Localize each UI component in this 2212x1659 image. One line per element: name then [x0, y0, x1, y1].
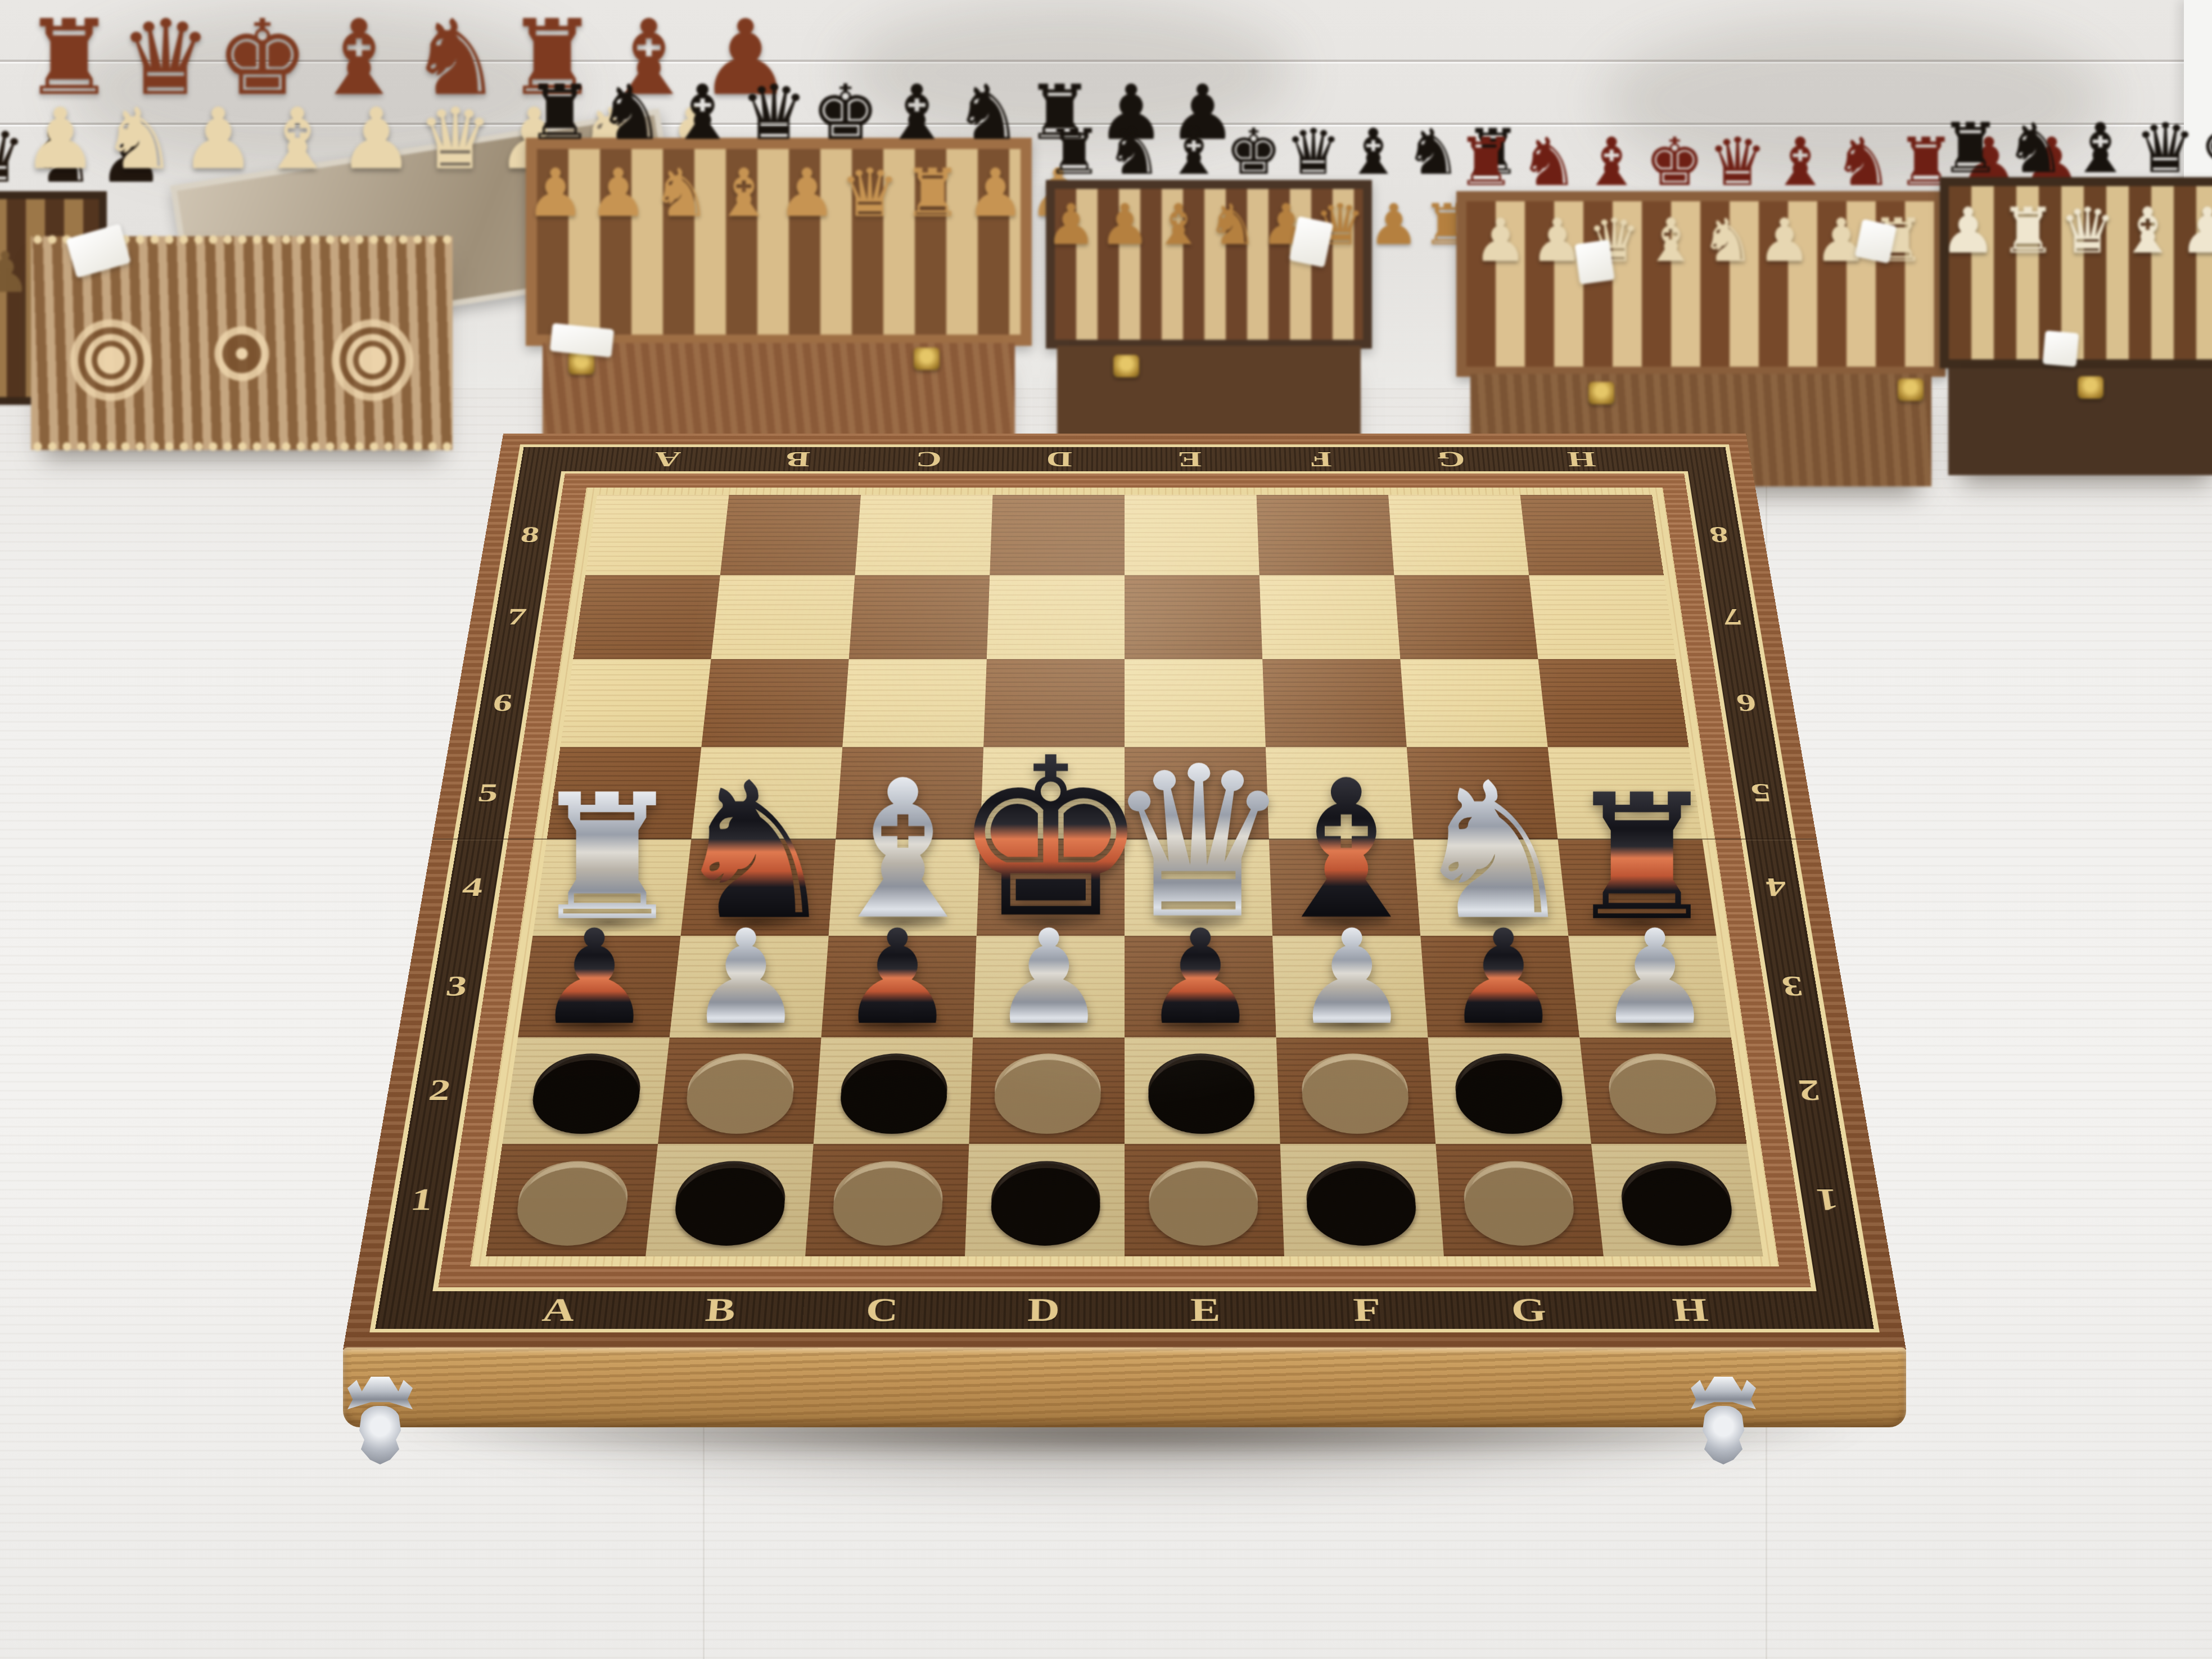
coordinate-label: C	[915, 447, 942, 471]
coordinate-label: C	[865, 1291, 899, 1328]
square-e8[interactable]	[1125, 495, 1260, 575]
mahogany-margin: ♜♞♝♚♛♝♞♜♟♟♟♟♟♟♟♟	[438, 474, 1811, 1287]
square-h6[interactable]	[1538, 659, 1689, 747]
price-tag	[1574, 240, 1614, 285]
light-checker-f2[interactable]	[1301, 1053, 1411, 1127]
coordinate-label: A	[653, 447, 682, 471]
square-g2[interactable]	[1428, 1038, 1591, 1144]
square-f3[interactable]: ♟	[1272, 936, 1428, 1037]
dark-checker-c2[interactable]	[839, 1053, 949, 1127]
maple-inner-line: ♜♞♝♚♛♝♞♜♟♟♟♟♟♟♟♟	[432, 471, 1816, 1291]
bg-pieces-ebony: ♜♞♝♛♚♝♞♜	[1940, 118, 2212, 180]
square-f8[interactable]	[1257, 495, 1394, 575]
files-labels-near: ABCDEFGH	[475, 1291, 1773, 1329]
black-pawn-c3[interactable]: ♟	[839, 922, 956, 1033]
dark-checker-d1[interactable]	[990, 1161, 1100, 1239]
square-c7[interactable]	[849, 575, 990, 659]
coordinate-label: 2	[1796, 1074, 1822, 1107]
square-f7[interactable]	[1260, 575, 1401, 659]
square-e2[interactable]	[1125, 1038, 1280, 1144]
square-c3[interactable]: ♟	[821, 936, 977, 1037]
square-g7[interactable]	[1394, 575, 1538, 659]
coordinate-label: E	[1190, 1291, 1221, 1328]
coordinate-label: 1	[408, 1182, 436, 1218]
coordinate-label: H	[1566, 447, 1597, 471]
coordinate-label: 8	[519, 522, 541, 547]
square-d1[interactable]	[965, 1144, 1125, 1256]
coordinate-label: B	[704, 1291, 737, 1328]
coordinate-label: 4	[1764, 872, 1789, 902]
square-g1[interactable]	[1435, 1144, 1604, 1256]
square-d7[interactable]	[987, 575, 1125, 659]
coordinate-label: 5	[476, 778, 500, 807]
maple-outer-line: ABCDEFGH ABCDEFGH 87654321 87654321 ♜♞♝♚…	[369, 444, 1880, 1332]
dark-checker-e2[interactable]	[1148, 1053, 1256, 1127]
squares-grid: ♜♞♝♚♛♝♞♜♟♟♟♟♟♟♟♟	[486, 495, 1763, 1256]
square-h1[interactable]	[1591, 1144, 1763, 1256]
coordinate-label: H	[1671, 1291, 1710, 1328]
coordinate-label: 7	[1721, 603, 1744, 630]
black-pawn-g3[interactable]: ♟	[1444, 922, 1561, 1033]
dark-checker-b1[interactable]	[672, 1161, 788, 1239]
square-h2[interactable]	[1579, 1038, 1746, 1144]
coordinate-label: G	[1436, 447, 1466, 471]
black-pawn-e3[interactable]: ♟	[1142, 922, 1259, 1033]
dark-checker-f1[interactable]	[1305, 1161, 1418, 1239]
coordinate-label: D	[1046, 447, 1072, 471]
shop-scene: ♛♞♟ ♟♟ ♜♛♚♝♞♜♝♟ ♟♞♟♝♟♛♟♞♟ ♜♞♝♛♚♝♞♜♟♟ ♟♟♞…	[0, 0, 2212, 1659]
square-c1[interactable]	[805, 1144, 969, 1256]
dark-checker-a2[interactable]	[529, 1053, 644, 1127]
clasp-latch-left	[346, 1377, 414, 1489]
bg-pieces-dark: ♜♞♝♚♛♝♞♜	[1046, 124, 1372, 181]
bg-pieces-burgundy: ♜♞♝♚♛♝♞♜♟♟	[1456, 132, 1945, 192]
square-b2[interactable]	[658, 1038, 821, 1144]
chess-board: ABCDEFGH ABCDEFGH 87654321 87654321 ♜♞♝♚…	[343, 434, 1906, 1350]
coordinate-label: B	[785, 447, 811, 471]
square-a1[interactable]	[486, 1144, 658, 1256]
square-g6[interactable]	[1400, 659, 1547, 747]
coordinate-label: F	[1352, 1291, 1382, 1328]
square-e7[interactable]	[1125, 575, 1262, 659]
square-f1[interactable]	[1280, 1144, 1444, 1256]
black-pawn-a3[interactable]: ♟	[536, 922, 653, 1033]
light-checker-b2[interactable]	[684, 1053, 796, 1127]
silver-pawn-h3[interactable]: ♟	[1596, 922, 1713, 1033]
square-h3[interactable]: ♟	[1568, 936, 1731, 1037]
coordinate-label: 4	[461, 872, 486, 902]
latch-plate	[1703, 1406, 1744, 1464]
square-a3[interactable]: ♟	[518, 936, 680, 1037]
square-a7[interactable]	[573, 575, 720, 659]
silver-pawn-f3[interactable]: ♟	[1293, 922, 1410, 1033]
square-c2[interactable]	[814, 1038, 973, 1144]
coordinate-label: E	[1177, 447, 1202, 471]
square-b8[interactable]	[720, 495, 861, 575]
coordinate-label: 6	[491, 689, 514, 716]
square-c8[interactable]	[855, 495, 993, 575]
latch-plate	[359, 1406, 401, 1464]
square-b7[interactable]	[711, 575, 855, 659]
bg-pieces-ivory: ♟♜♛♝♟♞♟♟	[1940, 202, 2212, 259]
square-a8[interactable]	[585, 495, 729, 575]
square-b6[interactable]	[701, 659, 848, 747]
coordinate-band: ABCDEFGH ABCDEFGH 87654321 87654321 ♜♞♝♚…	[375, 447, 1874, 1329]
light-checker-c1[interactable]	[831, 1161, 944, 1239]
coordinate-label: F	[1309, 447, 1332, 471]
square-d8[interactable]	[990, 495, 1125, 575]
maple-field-frame: ♜♞♝♚♛♝♞♜♟♟♟♟♟♟♟♟	[470, 488, 1779, 1266]
square-e1[interactable]	[1125, 1144, 1284, 1256]
bg-pieces-ebony: ♜♞♝♛♚♝♞♜♟♟	[526, 79, 1032, 147]
light-checker-h2[interactable]	[1605, 1053, 1720, 1127]
square-d2[interactable]	[969, 1038, 1125, 1144]
square-d3[interactable]: ♟	[973, 936, 1125, 1037]
square-g8[interactable]	[1388, 495, 1529, 575]
coordinate-label: 7	[505, 603, 529, 630]
bg-pieces-boxwood: ♟♟♞♝♟♛♜♟♟	[526, 163, 1032, 223]
box-side-face	[343, 1347, 1906, 1427]
light-checker-d2[interactable]	[994, 1053, 1101, 1127]
coordinate-label: G	[1510, 1291, 1548, 1328]
coordinate-label: 1	[1813, 1182, 1841, 1218]
dark-checker-h1[interactable]	[1617, 1161, 1736, 1239]
square-b3[interactable]: ♟	[670, 936, 829, 1037]
coordinate-label: 5	[1749, 778, 1773, 807]
latch-hinge	[1691, 1377, 1756, 1409]
coordinate-label: 8	[1708, 522, 1730, 547]
square-e3[interactable]: ♟	[1125, 936, 1276, 1037]
silver-pawn-d3[interactable]: ♟	[990, 922, 1107, 1033]
silver-pawn-b3[interactable]: ♟	[687, 922, 804, 1033]
light-checker-e1[interactable]	[1149, 1161, 1259, 1239]
light-checker-g1[interactable]	[1461, 1161, 1577, 1239]
square-a6[interactable]	[560, 659, 711, 747]
coordinate-label: 3	[444, 970, 470, 1002]
coordinate-label: 2	[426, 1074, 453, 1107]
coordinate-label: D	[1027, 1291, 1060, 1328]
coordinate-label: 3	[1780, 970, 1805, 1002]
clasp-latch-right	[1690, 1377, 1757, 1489]
light-checker-a1[interactable]	[513, 1161, 632, 1239]
square-a2[interactable]	[502, 1038, 669, 1144]
square-f2[interactable]	[1276, 1038, 1436, 1144]
price-tag	[2042, 330, 2079, 367]
coordinate-label: A	[540, 1291, 577, 1328]
board-frame: ABCDEFGH ABCDEFGH 87654321 87654321 ♜♞♝♚…	[343, 434, 1906, 1350]
coordinate-label: 6	[1735, 689, 1758, 716]
square-h8[interactable]	[1520, 495, 1664, 575]
square-b1[interactable]	[645, 1144, 814, 1256]
square-g3[interactable]: ♟	[1420, 936, 1579, 1037]
dark-checker-g2[interactable]	[1453, 1053, 1565, 1127]
square-h7[interactable]	[1529, 575, 1676, 659]
files-labels-far: ABCDEFGH	[601, 447, 1649, 471]
latch-hinge	[347, 1377, 413, 1409]
